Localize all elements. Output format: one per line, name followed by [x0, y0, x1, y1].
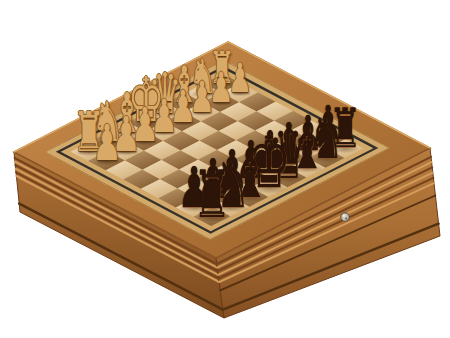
drawer-knob [341, 213, 349, 221]
chess-set-photo: ♜♟♞♟♝♟♛♟♚♟♝♟♟♞♜♟♟♜♞♟♟♝♟♛♟♚♟♝♟♞♟♜ [0, 0, 450, 338]
